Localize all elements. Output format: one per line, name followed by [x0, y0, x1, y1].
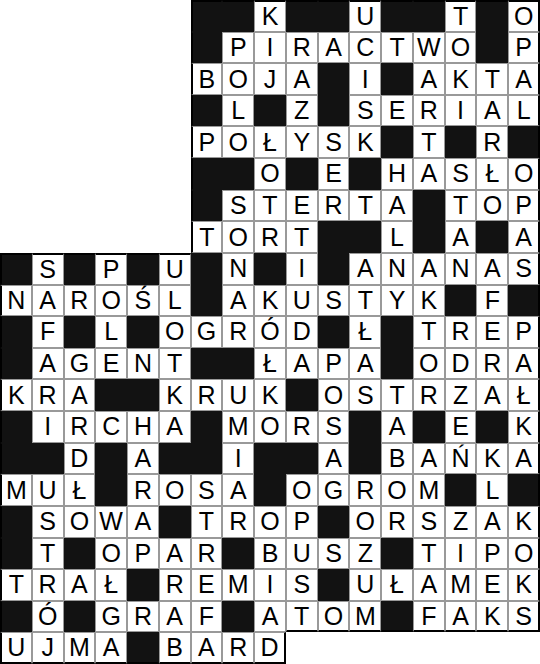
black-cell-r18c3 [64, 538, 96, 570]
letter-cell-r3c8[interactable]: O [222, 63, 254, 95]
black-cell-r8c16 [476, 221, 508, 253]
letter-cell-r5c10[interactable]: Y [286, 126, 318, 158]
black-cell-r7c7 [191, 190, 223, 222]
letter-cell-r20c7[interactable]: F [191, 601, 223, 633]
black-cell-r12c7 [191, 348, 223, 380]
letter-cell-r17c10[interactable]: P [286, 506, 318, 538]
letter-cell-r19c12[interactable]: U [349, 569, 381, 601]
letter-cell-r20c4[interactable]: G [95, 601, 127, 633]
letter-cell-r16c6[interactable]: O [159, 474, 191, 506]
letter-cell-r14c4[interactable]: C [95, 411, 127, 443]
letter-cell-r3c9[interactable]: J [254, 63, 286, 95]
letter-cell-r12c11[interactable]: P [318, 348, 350, 380]
letter-cell-r4c14[interactable]: R [413, 95, 445, 127]
black-cell-r9c3 [64, 253, 96, 285]
black-cell-r8c14 [413, 221, 445, 253]
black-cell-r13c4 [95, 379, 127, 411]
letter-cell-r2c13[interactable]: T [381, 32, 413, 64]
letter-cell-r11c17[interactable]: P [508, 316, 540, 348]
letter-cell-r8c13[interactable]: L [381, 221, 413, 253]
letter-cell-r20c11[interactable]: O [318, 601, 350, 633]
black-cell-r17c1 [0, 506, 32, 538]
black-cell-r9c1 [0, 253, 32, 285]
letter-cell-r10c9[interactable]: K [254, 285, 286, 317]
black-cell-r2c16 [476, 32, 508, 64]
black-cell-r1c7 [191, 0, 223, 32]
letter-cell-r14c8[interactable]: M [222, 411, 254, 443]
letter-cell-r19c7[interactable]: E [191, 569, 223, 601]
letter-cell-r11c9[interactable]: Ó [254, 316, 286, 348]
letter-cell-r14c17[interactable]: K [508, 411, 540, 443]
black-cell-r15c10 [286, 443, 318, 475]
letter-cell-r8c7[interactable]: T [191, 221, 223, 253]
black-cell-r10c7 [191, 285, 223, 317]
letter-cell-r13c13[interactable]: T [381, 379, 413, 411]
letter-cell-r1c9[interactable]: K [254, 0, 286, 32]
letter-cell-r13c6[interactable]: K [159, 379, 191, 411]
black-cell-r4c9 [254, 95, 286, 127]
letter-cell-r11c15[interactable]: R [445, 316, 477, 348]
letter-cell-r16c8[interactable]: A [222, 474, 254, 506]
letter-cell-r6c15[interactable]: S [445, 158, 477, 190]
letter-cell-r10c5[interactable]: Ś [127, 285, 159, 317]
letter-cell-r9c13[interactable]: N [381, 253, 413, 285]
letter-cell-r11c4[interactable]: L [95, 316, 127, 348]
black-cell-r14c14 [413, 411, 445, 443]
letter-cell-r7c11[interactable]: R [318, 190, 350, 222]
letter-cell-r15c16[interactable]: K [476, 443, 508, 475]
black-cell-r1c8 [222, 0, 254, 32]
letter-cell-r17c14[interactable]: S [413, 506, 445, 538]
letter-cell-r16c12[interactable]: R [349, 474, 381, 506]
black-cell-r15c6 [159, 443, 191, 475]
letter-cell-r2c17[interactable]: P [508, 32, 540, 64]
letter-cell-r12c2[interactable]: A [32, 348, 64, 380]
letter-cell-r13c9[interactable]: K [254, 379, 286, 411]
letter-cell-r18c16[interactable]: P [476, 538, 508, 570]
letter-cell-r8c17[interactable]: A [508, 221, 540, 253]
letter-cell-r11c16[interactable]: E [476, 316, 508, 348]
letter-cell-r9c15[interactable]: N [445, 253, 477, 285]
letter-cell-r7c10[interactable]: E [286, 190, 318, 222]
letter-cell-r19c8[interactable]: M [222, 569, 254, 601]
letter-cell-r7c16[interactable]: O [476, 190, 508, 222]
letter-cell-r14c6[interactable]: A [159, 411, 191, 443]
black-cell-r17c6 [159, 506, 191, 538]
letter-cell-r2c8[interactable]: P [222, 32, 254, 64]
letter-cell-r2c9[interactable]: I [254, 32, 286, 64]
black-cell-r4c11 [318, 95, 350, 127]
letter-cell-r17c16[interactable]: A [476, 506, 508, 538]
letter-cell-r13c17[interactable]: Ł [508, 379, 540, 411]
letter-cell-r17c8[interactable]: R [222, 506, 254, 538]
letter-cell-r1c12[interactable]: U [349, 0, 381, 32]
letter-cell-r10c8[interactable]: A [222, 285, 254, 317]
letter-cell-r20c6[interactable]: A [159, 601, 191, 633]
letter-cell-r2c10[interactable]: R [286, 32, 318, 64]
black-cell-r1c13 [381, 0, 413, 32]
black-cell-r13c5 [127, 379, 159, 411]
black-cell-r1c10 [286, 0, 318, 32]
black-cell-r16c9 [254, 474, 286, 506]
letter-cell-r19c9[interactable]: I [254, 569, 286, 601]
letter-cell-r20c15[interactable]: A [445, 601, 477, 633]
letter-cell-r13c1[interactable]: K [0, 379, 32, 411]
letter-cell-r13c14[interactable]: R [413, 379, 445, 411]
letter-cell-r19c10[interactable]: S [286, 569, 318, 601]
letter-cell-r7c15[interactable]: T [445, 190, 477, 222]
letter-cell-r13c15[interactable]: Z [445, 379, 477, 411]
black-cell-r14c7 [191, 411, 223, 443]
letter-cell-r15c15[interactable]: Ń [445, 443, 477, 475]
black-cell-r9c5 [127, 253, 159, 285]
letter-cell-r10c14[interactable]: K [413, 285, 445, 317]
black-cell-r15c1 [0, 443, 32, 475]
letter-cell-r10c6[interactable]: L [159, 285, 191, 317]
letter-cell-r5c11[interactable]: S [318, 126, 350, 158]
letter-cell-r7c9[interactable]: T [254, 190, 286, 222]
letter-cell-r15c8[interactable]: I [222, 443, 254, 475]
letter-cell-r17c12[interactable]: O [349, 506, 381, 538]
black-cell-r13c10 [286, 379, 318, 411]
letter-cell-r4c12[interactable]: S [349, 95, 381, 127]
letter-cell-r4c10[interactable]: Z [286, 95, 318, 127]
letter-cell-r10c10[interactable]: U [286, 285, 318, 317]
black-cell-r11c5 [127, 316, 159, 348]
letter-cell-r4c15[interactable]: I [445, 95, 477, 127]
letter-cell-r11c2[interactable]: F [32, 316, 64, 348]
letter-cell-r20c9[interactable]: A [254, 601, 286, 633]
letter-cell-r9c12[interactable]: A [349, 253, 381, 285]
letter-cell-r6c9[interactable]: O [254, 158, 286, 190]
letter-cell-r9c14[interactable]: A [413, 253, 445, 285]
letter-cell-r21c1[interactable]: U [0, 632, 32, 664]
letter-cell-r5c14[interactable]: T [413, 126, 445, 158]
black-cell-r8c11 [318, 221, 350, 253]
letter-cell-r13c7[interactable]: R [191, 379, 223, 411]
letter-cell-r12c15[interactable]: D [445, 348, 477, 380]
letter-cell-r14c3[interactable]: R [64, 411, 96, 443]
letter-cell-r10c13[interactable]: Y [381, 285, 413, 317]
letter-cell-r17c9[interactable]: O [254, 506, 286, 538]
letter-cell-r8c8[interactable]: O [222, 221, 254, 253]
letter-cell-r13c16[interactable]: A [476, 379, 508, 411]
letter-cell-r4c16[interactable]: A [476, 95, 508, 127]
letter-cell-r3c7[interactable]: B [191, 63, 223, 95]
black-cell-r7c14 [413, 190, 445, 222]
letter-cell-r18c10[interactable]: U [286, 538, 318, 570]
letter-cell-r10c3[interactable]: R [64, 285, 96, 317]
letter-cell-r21c3[interactable]: M [64, 632, 96, 664]
letter-cell-r17c13[interactable]: R [381, 506, 413, 538]
letter-cell-r10c1[interactable]: N [0, 285, 32, 317]
black-cell-r14c12 [349, 411, 381, 443]
letter-cell-r15c13[interactable]: B [381, 443, 413, 475]
black-cell-r11c1 [0, 316, 32, 348]
letter-cell-r13c8[interactable]: U [222, 379, 254, 411]
letter-cell-r9c2[interactable]: S [32, 253, 64, 285]
black-cell-r1c16 [476, 0, 508, 32]
letter-cell-r10c11[interactable]: S [318, 285, 350, 317]
letter-cell-r3c10[interactable]: A [286, 63, 318, 95]
letter-cell-r3c15[interactable]: K [445, 63, 477, 95]
letter-cell-r14c11[interactable]: S [318, 411, 350, 443]
letter-cell-r19c16[interactable]: E [476, 569, 508, 601]
letter-cell-r11c10[interactable]: D [286, 316, 318, 348]
black-cell-r3c13 [381, 63, 413, 95]
letter-cell-r13c2[interactable]: R [32, 379, 64, 411]
letter-cell-r18c17[interactable]: O [508, 538, 540, 570]
black-cell-r19c11 [318, 569, 350, 601]
letter-cell-r16c1[interactable]: M [0, 474, 32, 506]
black-cell-r15c4 [95, 443, 127, 475]
letter-cell-r3c17[interactable]: A [508, 63, 540, 95]
letter-cell-r19c13[interactable]: Ł [381, 569, 413, 601]
black-cell-r9c11 [318, 253, 350, 285]
letter-cell-r9c16[interactable]: A [476, 253, 508, 285]
letter-cell-r21c7[interactable]: A [191, 632, 223, 664]
black-cell-r20c3 [64, 601, 96, 633]
letter-cell-r21c9[interactable]: D [254, 632, 286, 664]
letter-cell-r6c13[interactable]: H [381, 158, 413, 190]
letter-cell-r14c2[interactable]: I [32, 411, 64, 443]
black-cell-r6c8 [222, 158, 254, 190]
letter-cell-r3c14[interactable]: A [413, 63, 445, 95]
letter-cell-r16c11[interactable]: G [318, 474, 350, 506]
letter-cell-r10c16[interactable]: F [476, 285, 508, 317]
letter-cell-r18c4[interactable]: O [95, 538, 127, 570]
letter-cell-r11c12[interactable]: Ł [349, 316, 381, 348]
letter-cell-r20c12[interactable]: M [349, 601, 381, 633]
black-cell-r19c5 [127, 569, 159, 601]
letter-cell-r16c7[interactable]: S [191, 474, 223, 506]
letter-cell-r17c7[interactable]: T [191, 506, 223, 538]
letter-cell-r17c3[interactable]: O [64, 506, 96, 538]
letter-cell-r18c11[interactable]: S [318, 538, 350, 570]
letter-cell-r7c17[interactable]: P [508, 190, 540, 222]
black-cell-r15c2 [32, 443, 64, 475]
letter-cell-r1c15[interactable]: T [445, 0, 477, 32]
black-cell-r12c8 [222, 348, 254, 380]
black-cell-r1c11 [318, 0, 350, 32]
letter-cell-r16c5[interactable]: R [127, 474, 159, 506]
letter-cell-r12c5[interactable]: N [127, 348, 159, 380]
letter-cell-r3c12[interactable]: I [349, 63, 381, 95]
letter-cell-r18c15[interactable]: I [445, 538, 477, 570]
letter-cell-r5c7[interactable]: P [191, 126, 223, 158]
black-cell-r17c11 [318, 506, 350, 538]
black-cell-r5c15 [445, 126, 477, 158]
letter-cell-r15c5[interactable]: A [127, 443, 159, 475]
letter-cell-r2c14[interactable]: W [413, 32, 445, 64]
letter-cell-r17c5[interactable]: A [127, 506, 159, 538]
letter-cell-r19c14[interactable]: A [413, 569, 445, 601]
letter-cell-r13c3[interactable]: A [64, 379, 96, 411]
black-cell-r18c8 [222, 538, 254, 570]
letter-cell-r19c2[interactable]: R [32, 569, 64, 601]
letter-cell-r21c2[interactable]: J [32, 632, 64, 664]
letter-cell-r16c14[interactable]: M [413, 474, 445, 506]
letter-cell-r20c16[interactable]: K [476, 601, 508, 633]
letter-cell-r8c9[interactable]: R [254, 221, 286, 253]
letter-cell-r17c17[interactable]: K [508, 506, 540, 538]
black-cell-r14c16 [476, 411, 508, 443]
letter-cell-r12c17[interactable]: A [508, 348, 540, 380]
letter-cell-r19c1[interactable]: T [0, 569, 32, 601]
letter-cell-r10c4[interactable]: O [95, 285, 127, 317]
letter-cell-r5c12[interactable]: K [349, 126, 381, 158]
black-cell-r16c15 [445, 474, 477, 506]
letter-cell-r16c3[interactable]: Ł [64, 474, 96, 506]
black-cell-r9c7 [191, 253, 223, 285]
black-cell-r15c7 [191, 443, 223, 475]
letter-cell-r19c15[interactable]: M [445, 569, 477, 601]
letter-cell-r16c10[interactable]: O [286, 474, 318, 506]
black-cell-r4c7 [191, 95, 223, 127]
letter-cell-r12c3[interactable]: G [64, 348, 96, 380]
letter-cell-r14c10[interactable]: R [286, 411, 318, 443]
letter-cell-r1c17[interactable]: O [508, 0, 540, 32]
letter-cell-r17c2[interactable]: S [32, 506, 64, 538]
letter-cell-r21c4[interactable]: A [95, 632, 127, 664]
letter-cell-r11c14[interactable]: T [413, 316, 445, 348]
black-cell-r20c1 [0, 601, 32, 633]
black-cell-r11c13 [381, 316, 413, 348]
letter-cell-r20c10[interactable]: T [286, 601, 318, 633]
black-cell-r9c9 [254, 253, 286, 285]
letter-cell-r7c13[interactable]: A [381, 190, 413, 222]
letter-cell-r16c2[interactable]: U [32, 474, 64, 506]
letter-cell-r5c16[interactable]: R [476, 126, 508, 158]
letter-cell-r16c13[interactable]: O [381, 474, 413, 506]
black-cell-r2c7 [191, 32, 223, 64]
black-cell-r20c13 [381, 601, 413, 633]
black-cell-r3c11 [318, 63, 350, 95]
black-cell-r8c12 [349, 221, 381, 253]
letter-cell-r7c12[interactable]: T [349, 190, 381, 222]
letter-cell-r21c6[interactable]: B [159, 632, 191, 664]
black-cell-r12c1 [0, 348, 32, 380]
letter-cell-r12c16[interactable]: R [476, 348, 508, 380]
letter-cell-r4c17[interactable]: L [508, 95, 540, 127]
letter-cell-r8c10[interactable]: T [286, 221, 318, 253]
letter-cell-r18c12[interactable]: Z [349, 538, 381, 570]
letter-cell-r13c11[interactable]: O [318, 379, 350, 411]
letter-cell-r9c6[interactable]: U [159, 253, 191, 285]
letter-cell-r21c8[interactable]: R [222, 632, 254, 664]
crossword-board: KUTOPIRACTWOPBOJAIAKTALZSERIALPOŁYSKTROE… [0, 0, 540, 664]
letter-cell-r12c14[interactable]: O [413, 348, 445, 380]
letter-cell-r18c5[interactable]: P [127, 538, 159, 570]
letter-cell-r4c8[interactable]: L [222, 95, 254, 127]
letter-cell-r6c17[interactable]: O [508, 158, 540, 190]
black-cell-r18c13 [381, 538, 413, 570]
letter-cell-r4c13[interactable]: E [381, 95, 413, 127]
letter-cell-r12c12[interactable]: A [349, 348, 381, 380]
black-cell-r15c9 [254, 443, 286, 475]
black-cell-r10c15 [445, 285, 477, 317]
letter-cell-r18c14[interactable]: T [413, 538, 445, 570]
black-cell-r18c1 [0, 538, 32, 570]
black-cell-r6c10 [286, 158, 318, 190]
letter-cell-r11c8[interactable]: R [222, 316, 254, 348]
letter-cell-r3c16[interactable]: T [476, 63, 508, 95]
letter-cell-r18c2[interactable]: T [32, 538, 64, 570]
letter-cell-r19c17[interactable]: K [508, 569, 540, 601]
black-cell-r5c17 [508, 126, 540, 158]
letter-cell-r9c4[interactable]: P [95, 253, 127, 285]
letter-cell-r15c14[interactable]: A [413, 443, 445, 475]
letter-cell-r2c15[interactable]: O [445, 32, 477, 64]
black-cell-r11c3 [64, 316, 96, 348]
black-cell-r10c17 [508, 285, 540, 317]
letter-cell-r18c9[interactable]: B [254, 538, 286, 570]
letter-cell-r12c6[interactable]: T [159, 348, 191, 380]
black-cell-r6c12 [349, 158, 381, 190]
letter-cell-r5c9[interactable]: Ł [254, 126, 286, 158]
letter-cell-r9c10[interactable]: I [286, 253, 318, 285]
black-cell-r6c7 [191, 158, 223, 190]
letter-cell-r16c16[interactable]: L [476, 474, 508, 506]
letter-cell-r12c4[interactable]: E [95, 348, 127, 380]
letter-cell-r14c9[interactable]: O [254, 411, 286, 443]
letter-cell-r19c4[interactable]: Ł [95, 569, 127, 601]
black-cell-r21c5 [127, 632, 159, 664]
black-cell-r1c14 [413, 0, 445, 32]
letter-cell-r6c14[interactable]: A [413, 158, 445, 190]
letter-cell-r6c11[interactable]: E [318, 158, 350, 190]
letter-cell-r10c2[interactable]: A [32, 285, 64, 317]
black-cell-r15c12 [349, 443, 381, 475]
letter-cell-r18c6[interactable]: A [159, 538, 191, 570]
letter-cell-r11c7[interactable]: G [191, 316, 223, 348]
letter-cell-r10c12[interactable]: T [349, 285, 381, 317]
letter-cell-r15c11[interactable]: A [318, 443, 350, 475]
letter-cell-r12c9[interactable]: Ł [254, 348, 286, 380]
letter-cell-r15c17[interactable]: A [508, 443, 540, 475]
black-cell-r20c8 [222, 601, 254, 633]
letter-cell-r14c13[interactable]: A [381, 411, 413, 443]
letter-cell-r8c15[interactable]: A [445, 221, 477, 253]
black-cell-r5c13 [381, 126, 413, 158]
letter-cell-r9c17[interactable]: S [508, 253, 540, 285]
letter-cell-r17c4[interactable]: W [95, 506, 127, 538]
letter-cell-r2c11[interactable]: A [318, 32, 350, 64]
letter-cell-r20c14[interactable]: F [413, 601, 445, 633]
letter-cell-r11c6[interactable]: O [159, 316, 191, 348]
black-cell-r12c13 [381, 348, 413, 380]
letter-cell-r2c12[interactable]: C [349, 32, 381, 64]
black-cell-r11c11 [318, 316, 350, 348]
letter-cell-r7c8[interactable]: S [222, 190, 254, 222]
black-cell-r16c17 [508, 474, 540, 506]
letter-cell-r17c15[interactable]: Z [445, 506, 477, 538]
letter-cell-r15c3[interactable]: D [64, 443, 96, 475]
letter-cell-r20c17[interactable]: S [508, 601, 540, 633]
letter-cell-r18c7[interactable]: R [191, 538, 223, 570]
letter-cell-r19c3[interactable]: A [64, 569, 96, 601]
letter-cell-r19c6[interactable]: R [159, 569, 191, 601]
letter-cell-r20c5[interactable]: R [127, 601, 159, 633]
letter-cell-r14c5[interactable]: H [127, 411, 159, 443]
letter-cell-r6c16[interactable]: Ł [476, 158, 508, 190]
letter-cell-r9c8[interactable]: N [222, 253, 254, 285]
letter-cell-r20c2[interactable]: Ó [32, 601, 64, 633]
letter-cell-r13c12[interactable]: S [349, 379, 381, 411]
letter-cell-r14c15[interactable]: E [445, 411, 477, 443]
letter-cell-r5c8[interactable]: O [222, 126, 254, 158]
letter-cell-r12c10[interactable]: A [286, 348, 318, 380]
